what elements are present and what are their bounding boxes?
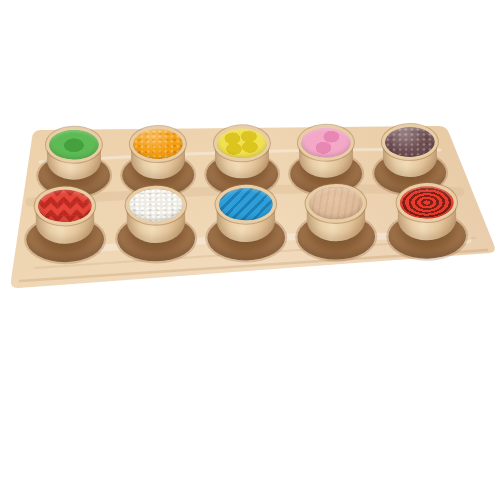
texture-top-red-rings (396, 183, 457, 222)
board (0, 0, 500, 500)
piece-blue-ridges[interactable] (205, 184, 288, 271)
slot-white-crystal (110, 166, 201, 271)
slot-blue-ridges (200, 165, 291, 270)
piece-red-rings[interactable] (385, 183, 468, 270)
piece-white-crystal[interactable] (114, 185, 197, 272)
piece-red-zigzag[interactable] (24, 186, 107, 273)
slot-plain-wood (291, 165, 382, 270)
slot-red-zigzag (20, 167, 111, 272)
piece-plain-wood[interactable] (295, 184, 378, 271)
slot-red-rings (381, 164, 472, 269)
board-row-2 (20, 164, 473, 272)
photo-stage (0, 0, 500, 500)
texture-top-white-crystal (125, 185, 186, 224)
